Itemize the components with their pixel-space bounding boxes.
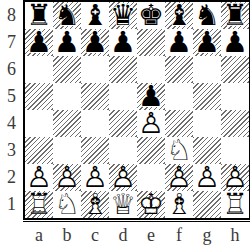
square-d1[interactable]: ♛♕ xyxy=(109,191,137,218)
square-a2[interactable]: ♟♙ xyxy=(25,164,53,191)
square-b6[interactable] xyxy=(53,56,81,83)
rank-label-3: 3 xyxy=(0,137,23,164)
square-a8[interactable]: ♜ xyxy=(25,2,53,29)
square-d8[interactable]: ♛ xyxy=(109,2,137,29)
square-a6[interactable] xyxy=(25,56,53,83)
piece-white-queen-d1[interactable]: ♕ xyxy=(109,191,137,218)
square-e7[interactable] xyxy=(137,29,165,56)
square-c1[interactable]: ♝♗ xyxy=(81,191,109,218)
rank-label-6: 6 xyxy=(0,56,23,83)
square-b3[interactable] xyxy=(53,137,81,164)
rank-label-7: 7 xyxy=(0,29,23,56)
piece-white-bishop-f1-body: ♝ xyxy=(165,191,193,218)
piece-white-pawn-e4[interactable]: ♙ xyxy=(137,110,165,137)
square-h8[interactable]: ♜ xyxy=(221,2,249,29)
square-c3[interactable] xyxy=(81,137,109,164)
square-g8[interactable]: ♞ xyxy=(193,2,221,29)
piece-black-pawn-h7[interactable]: ♟ xyxy=(221,29,249,56)
square-e4[interactable]: ♟♙ xyxy=(137,110,165,137)
square-a4[interactable] xyxy=(25,110,53,137)
rank-label-8: 8 xyxy=(0,2,23,29)
board-area: ♜♞♝♛♚♝♞♜♟♟♟♟♟♟♟♟♟♙♞♘♟♙♟♙♟♙♟♙♟♙♟♙♟♙♜♖♞♘♝♗… xyxy=(23,0,250,246)
board-underline xyxy=(23,221,250,222)
square-d6[interactable] xyxy=(109,56,137,83)
square-d3[interactable] xyxy=(109,137,137,164)
piece-white-pawn-h2-body: ♟ xyxy=(221,164,249,191)
piece-white-pawn-h2[interactable]: ♙ xyxy=(221,164,249,191)
square-a7[interactable]: ♟ xyxy=(25,29,53,56)
piece-white-pawn-c2-body: ♟ xyxy=(81,164,109,191)
piece-white-king-e1[interactable]: ♔ xyxy=(137,191,165,218)
square-f7[interactable]: ♟ xyxy=(165,29,193,56)
piece-white-knight-b1[interactable]: ♘ xyxy=(53,191,81,218)
piece-black-pawn-c7[interactable]: ♟ xyxy=(81,29,109,56)
piece-black-pawn-b7[interactable]: ♟ xyxy=(53,29,81,56)
square-g3[interactable] xyxy=(193,137,221,164)
piece-white-pawn-c2[interactable]: ♙ xyxy=(81,164,109,191)
piece-white-knight-b1-body: ♞ xyxy=(53,191,81,218)
piece-white-pawn-d2[interactable]: ♙ xyxy=(109,164,137,191)
piece-white-bishop-f1[interactable]: ♗ xyxy=(165,191,193,218)
piece-black-knight-b8[interactable]: ♞ xyxy=(53,2,81,29)
piece-black-queen-d8[interactable]: ♛ xyxy=(109,2,137,29)
square-h3[interactable] xyxy=(221,137,249,164)
piece-white-pawn-e4-body: ♟ xyxy=(137,110,165,137)
piece-white-rook-h1-body: ♜ xyxy=(221,191,249,218)
square-f8[interactable]: ♝ xyxy=(165,2,193,29)
chess-board: ♜♞♝♛♚♝♞♜♟♟♟♟♟♟♟♟♟♙♞♘♟♙♟♙♟♙♟♙♟♙♟♙♟♙♜♖♞♘♝♗… xyxy=(23,0,250,220)
file-label-d: d xyxy=(109,225,137,246)
square-g2[interactable]: ♟♙ xyxy=(193,164,221,191)
piece-white-knight-f3[interactable]: ♘ xyxy=(165,137,193,164)
piece-white-rook-a1-body: ♜ xyxy=(25,191,53,218)
piece-white-pawn-g2[interactable]: ♙ xyxy=(193,164,221,191)
square-e1[interactable]: ♚♔ xyxy=(137,191,165,218)
piece-white-rook-a1[interactable]: ♖ xyxy=(25,191,53,218)
piece-black-pawn-d7[interactable]: ♟ xyxy=(109,29,137,56)
square-b8[interactable]: ♞ xyxy=(53,2,81,29)
piece-black-rook-h8[interactable]: ♜ xyxy=(221,2,249,29)
square-f4[interactable] xyxy=(165,110,193,137)
square-e3[interactable] xyxy=(137,137,165,164)
piece-white-queen-d1-body: ♛ xyxy=(109,191,137,218)
piece-black-pawn-g7[interactable]: ♟ xyxy=(193,29,221,56)
square-c8[interactable]: ♝ xyxy=(81,2,109,29)
square-c2[interactable]: ♟♙ xyxy=(81,164,109,191)
piece-black-bishop-f8[interactable]: ♝ xyxy=(165,2,193,29)
piece-black-knight-g8[interactable]: ♞ xyxy=(193,2,221,29)
square-d7[interactable]: ♟ xyxy=(109,29,137,56)
piece-white-pawn-g2-body: ♟ xyxy=(193,164,221,191)
piece-white-pawn-d2-body: ♟ xyxy=(109,164,137,191)
piece-black-bishop-c8[interactable]: ♝ xyxy=(81,2,109,29)
file-labels: abcdefgh xyxy=(25,225,250,246)
piece-black-pawn-f7[interactable]: ♟ xyxy=(165,29,193,56)
file-label-g: g xyxy=(193,225,221,246)
file-label-h: h xyxy=(221,225,249,246)
piece-black-king-e8[interactable]: ♚ xyxy=(137,2,165,29)
rank-label-5: 5 xyxy=(0,83,23,110)
square-g7[interactable]: ♟ xyxy=(193,29,221,56)
square-g4[interactable] xyxy=(193,110,221,137)
square-h4[interactable] xyxy=(221,110,249,137)
square-g6[interactable] xyxy=(193,56,221,83)
piece-white-rook-h1[interactable]: ♖ xyxy=(221,191,249,218)
square-g5[interactable] xyxy=(193,83,221,110)
square-b2[interactable]: ♟♙ xyxy=(53,164,81,191)
rank-label-1: 1 xyxy=(0,191,23,218)
square-d5[interactable] xyxy=(109,83,137,110)
square-b4[interactable] xyxy=(53,110,81,137)
piece-white-king-e1-body: ♚ xyxy=(137,191,165,218)
file-label-a: a xyxy=(25,225,53,246)
rank-label-2: 2 xyxy=(0,164,23,191)
square-c6[interactable] xyxy=(81,56,109,83)
square-a5[interactable] xyxy=(25,83,53,110)
square-g1[interactable] xyxy=(193,191,221,218)
square-e6[interactable] xyxy=(137,56,165,83)
piece-white-pawn-a2-body: ♟ xyxy=(25,164,53,191)
piece-white-pawn-b2[interactable]: ♙ xyxy=(53,164,81,191)
square-a1[interactable]: ♜♖ xyxy=(25,191,53,218)
square-d2[interactable]: ♟♙ xyxy=(109,164,137,191)
square-e5[interactable]: ♟ xyxy=(137,83,165,110)
square-c7[interactable]: ♟ xyxy=(81,29,109,56)
square-f1[interactable]: ♝♗ xyxy=(165,191,193,218)
file-label-f: f xyxy=(165,225,193,246)
square-e8[interactable]: ♚ xyxy=(137,2,165,29)
square-a3[interactable] xyxy=(25,137,53,164)
piece-white-pawn-b2-body: ♟ xyxy=(53,164,81,191)
square-b7[interactable]: ♟ xyxy=(53,29,81,56)
piece-black-pawn-a7[interactable]: ♟ xyxy=(25,29,53,56)
square-b5[interactable] xyxy=(53,83,81,110)
file-label-c: c xyxy=(81,225,109,246)
square-e2[interactable] xyxy=(137,164,165,191)
rank-labels: 87654321 xyxy=(0,2,23,218)
piece-white-pawn-a2[interactable]: ♙ xyxy=(25,164,53,191)
piece-white-pawn-f2[interactable]: ♙ xyxy=(165,164,193,191)
square-h7[interactable]: ♟ xyxy=(221,29,249,56)
piece-white-bishop-c1[interactable]: ♗ xyxy=(81,191,109,218)
file-label-b: b xyxy=(53,225,81,246)
piece-black-pawn-e5[interactable]: ♟ xyxy=(137,83,165,110)
file-label-e: e xyxy=(137,225,165,246)
square-f2[interactable]: ♟♙ xyxy=(165,164,193,191)
rank-label-4: 4 xyxy=(0,110,23,137)
square-c4[interactable] xyxy=(81,110,109,137)
square-h1[interactable]: ♜♖ xyxy=(221,191,249,218)
square-h2[interactable]: ♟♙ xyxy=(221,164,249,191)
piece-black-rook-a8[interactable]: ♜ xyxy=(25,2,53,29)
square-f6[interactable] xyxy=(165,56,193,83)
piece-white-bishop-c1-body: ♝ xyxy=(81,191,109,218)
piece-white-knight-f3-body: ♞ xyxy=(165,137,193,164)
square-f5[interactable] xyxy=(165,83,193,110)
square-d4[interactable] xyxy=(109,110,137,137)
square-h5[interactable] xyxy=(221,83,249,110)
square-b1[interactable]: ♞♘ xyxy=(53,191,81,218)
chess-diagram: 87654321 ♜♞♝♛♚♝♞♜♟♟♟♟♟♟♟♟♟♙♞♘♟♙♟♙♟♙♟♙♟♙♟… xyxy=(0,0,250,250)
square-f3[interactable]: ♞♘ xyxy=(165,137,193,164)
piece-white-pawn-f2-body: ♟ xyxy=(165,164,193,191)
square-h6[interactable] xyxy=(221,56,249,83)
square-c5[interactable] xyxy=(81,83,109,110)
